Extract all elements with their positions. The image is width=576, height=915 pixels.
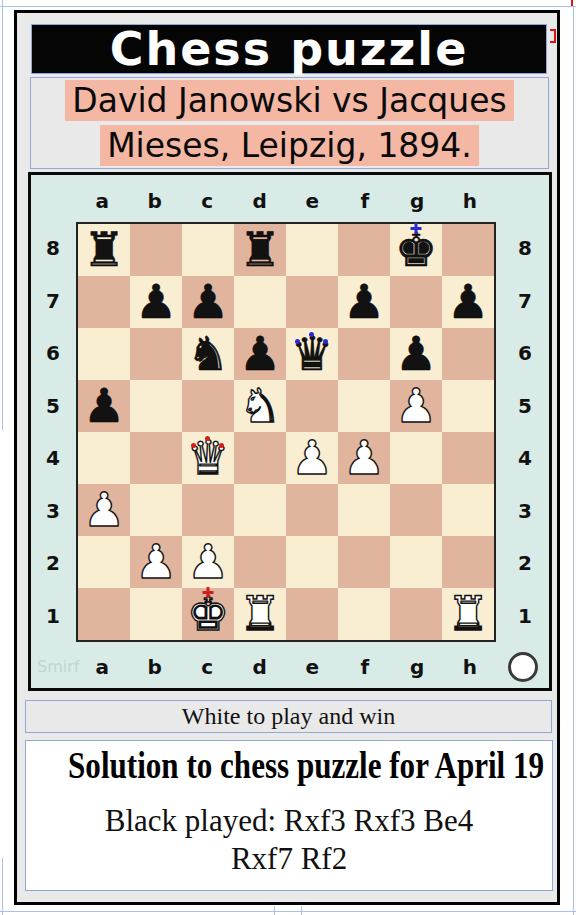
black-knight-c6: ♞	[182, 328, 234, 380]
file-label-bottom-e: e	[286, 655, 339, 679]
square-f7: ♟	[338, 276, 390, 328]
queen-dot-mark-c4-0	[191, 443, 196, 448]
file-label-top-g: g	[391, 189, 444, 213]
players-box: David Janowski vs Jacques Mieses, Leipzi…	[30, 77, 549, 169]
white-pawn-g5: ♟	[390, 380, 442, 432]
square-e6: ♛	[286, 328, 338, 380]
players-text-1: David Janowski vs Jacques	[65, 80, 513, 121]
black-pawn-c7: ♟	[182, 276, 234, 328]
square-c3	[182, 484, 234, 536]
queen-dot-mark-e6-0	[295, 339, 300, 344]
file-label-top-f: f	[339, 189, 392, 213]
queen-dot-mark-c4-1	[205, 436, 210, 441]
file-label-bottom-f: f	[339, 655, 392, 679]
square-c1: ♚	[182, 588, 234, 640]
square-c2: ♟	[182, 536, 234, 588]
rank-label-left-6: 6	[39, 327, 67, 380]
square-b7: ♟	[130, 276, 182, 328]
square-b6	[130, 328, 182, 380]
square-e1	[286, 588, 338, 640]
square-d2	[234, 536, 286, 588]
square-b5	[130, 380, 182, 432]
black-pawn-b7: ♟	[130, 276, 182, 328]
square-a8: ♜	[78, 224, 130, 276]
square-e3	[286, 484, 338, 536]
square-e2	[286, 536, 338, 588]
square-c7: ♟	[182, 276, 234, 328]
square-g2	[390, 536, 442, 588]
caption-box: White to play and win	[25, 700, 552, 733]
white-pawn-f4: ♟	[338, 432, 390, 484]
rank-label-left-8: 8	[39, 222, 67, 275]
chess-board: ♜♜♚♟♟♟♟♞♟♛♟♟♞♟♛♟♟♟♟♟♚♜♜	[76, 222, 496, 642]
rank-label-right-2: 2	[511, 537, 539, 590]
black-rook-d8: ♜	[234, 224, 286, 276]
square-g1	[390, 588, 442, 640]
square-f1	[338, 588, 390, 640]
red-edge-tick	[571, 0, 573, 6]
file-label-bottom-d: d	[234, 655, 287, 679]
queen-dot-mark-c4-2	[219, 443, 224, 448]
square-h6	[442, 328, 494, 380]
white-rook-d1: ♜	[234, 588, 286, 640]
file-labels-top: abcdefgh	[76, 189, 496, 213]
square-b3	[130, 484, 182, 536]
square-b1	[130, 588, 182, 640]
square-g3	[390, 484, 442, 536]
players-text-2: Mieses, Leipzig, 1894.	[100, 125, 479, 166]
players-line-1: David Janowski vs Jacques	[31, 78, 548, 123]
black-pawn-a5: ♟	[78, 380, 130, 432]
queen-dot-mark-e6-1	[309, 332, 314, 337]
solution-heading: Solution to chess puzzle for April 19	[68, 744, 510, 788]
file-label-bottom-c: c	[181, 655, 234, 679]
rank-label-right-3: 3	[511, 485, 539, 538]
king-cross-mark-g8	[411, 223, 422, 234]
square-c5	[182, 380, 234, 432]
white-pawn-a3: ♟	[78, 484, 130, 536]
square-a5: ♟	[78, 380, 130, 432]
square-f2	[338, 536, 390, 588]
file-label-top-c: c	[181, 189, 234, 213]
white-pawn-c2: ♟	[182, 536, 234, 588]
file-label-top-h: h	[444, 189, 497, 213]
square-h3	[442, 484, 494, 536]
square-a6	[78, 328, 130, 380]
square-d4	[234, 432, 286, 484]
square-h7: ♟	[442, 276, 494, 328]
puzzle-card: Chess puzzle David Janowski vs Jacques M…	[14, 10, 560, 905]
players-line-2: Mieses, Leipzig, 1894.	[31, 123, 548, 168]
square-e5	[286, 380, 338, 432]
rank-label-right-4: 4	[511, 432, 539, 485]
file-labels-bottom: abcdefgh	[76, 655, 496, 679]
rank-label-left-1: 1	[39, 590, 67, 643]
square-g5: ♟	[390, 380, 442, 432]
square-g8: ♚	[390, 224, 442, 276]
solution-line-1: Black played: Rxf3 Rxf3 Be4	[26, 802, 552, 840]
square-b4	[130, 432, 182, 484]
rank-label-left-2: 2	[39, 537, 67, 590]
square-f4: ♟	[338, 432, 390, 484]
square-b8	[130, 224, 182, 276]
queen-dot-mark-e6-2	[323, 339, 328, 344]
square-h1: ♜	[442, 588, 494, 640]
square-d7	[234, 276, 286, 328]
gridline-top	[0, 6, 576, 7]
solution-box: Solution to chess puzzle for April 19 Bl…	[25, 740, 553, 891]
gridline-bottom-tick-1	[274, 906, 275, 915]
square-a4	[78, 432, 130, 484]
square-g4	[390, 432, 442, 484]
red-anchor-mark	[550, 29, 556, 43]
gridline-right	[573, 6, 574, 915]
square-c6: ♞	[182, 328, 234, 380]
square-h4	[442, 432, 494, 484]
file-label-top-e: e	[286, 189, 339, 213]
square-c4: ♛	[182, 432, 234, 484]
white-rook-h1: ♜	[442, 588, 494, 640]
square-h8	[442, 224, 494, 276]
gridline-left-upper	[2, 0, 3, 430]
square-f8	[338, 224, 390, 276]
white-pawn-e4: ♟	[286, 432, 338, 484]
square-c8	[182, 224, 234, 276]
file-label-bottom-h: h	[444, 655, 497, 679]
rank-labels-right: 87654321	[511, 222, 539, 642]
rank-label-right-7: 7	[511, 275, 539, 328]
gridline-bottom	[0, 911, 576, 912]
file-label-bottom-b: b	[129, 655, 182, 679]
chess-board-frame: abcdefgh 87654321 ♜♜♚♟♟♟♟♞♟♛♟♟♞♟♛♟♟♟♟♟♚♜…	[28, 172, 552, 691]
gridline-left-lower	[2, 858, 3, 915]
square-g6: ♟	[390, 328, 442, 380]
file-label-bottom-g: g	[391, 655, 444, 679]
square-g7	[390, 276, 442, 328]
rank-label-right-6: 6	[511, 327, 539, 380]
side-to-move-indicator	[508, 652, 538, 682]
square-h5	[442, 380, 494, 432]
page-title: Chess puzzle	[110, 22, 469, 76]
file-label-top-d: d	[234, 189, 287, 213]
square-a3: ♟	[78, 484, 130, 536]
white-pawn-b2: ♟	[130, 536, 182, 588]
rank-labels-left: 87654321	[39, 222, 67, 642]
square-b2: ♟	[130, 536, 182, 588]
caption-text: White to play and win	[182, 703, 395, 729]
king-cross-mark-c1	[203, 587, 214, 598]
square-h2	[442, 536, 494, 588]
black-pawn-h7: ♟	[442, 276, 494, 328]
square-e7	[286, 276, 338, 328]
square-f3	[338, 484, 390, 536]
file-label-top-a: a	[76, 189, 129, 213]
page: Chess puzzle David Janowski vs Jacques M…	[0, 0, 576, 915]
square-e8	[286, 224, 338, 276]
smirf-watermark: Smirf	[37, 657, 79, 676]
rank-label-left-5: 5	[39, 380, 67, 433]
gridline-bottom-tick-2	[301, 906, 302, 915]
square-d6: ♟	[234, 328, 286, 380]
white-knight-d5: ♞	[234, 380, 286, 432]
solution-line-2: Rxf7 Rf2	[26, 840, 552, 878]
square-a7	[78, 276, 130, 328]
rank-label-right-8: 8	[511, 222, 539, 275]
square-f5	[338, 380, 390, 432]
file-label-bottom-a: a	[76, 655, 129, 679]
title-banner: Chess puzzle	[31, 24, 547, 74]
black-rook-a8: ♜	[78, 224, 130, 276]
square-d1: ♜	[234, 588, 286, 640]
black-pawn-d6: ♟	[234, 328, 286, 380]
square-d5: ♞	[234, 380, 286, 432]
black-pawn-f7: ♟	[338, 276, 390, 328]
rank-label-right-5: 5	[511, 380, 539, 433]
square-d8: ♜	[234, 224, 286, 276]
rank-label-right-1: 1	[511, 590, 539, 643]
square-e4: ♟	[286, 432, 338, 484]
square-f6	[338, 328, 390, 380]
rank-label-left-7: 7	[39, 275, 67, 328]
square-a2	[78, 536, 130, 588]
square-a1	[78, 588, 130, 640]
rank-label-left-3: 3	[39, 485, 67, 538]
file-label-top-b: b	[129, 189, 182, 213]
square-d3	[234, 484, 286, 536]
rank-label-left-4: 4	[39, 432, 67, 485]
black-pawn-g6: ♟	[390, 328, 442, 380]
